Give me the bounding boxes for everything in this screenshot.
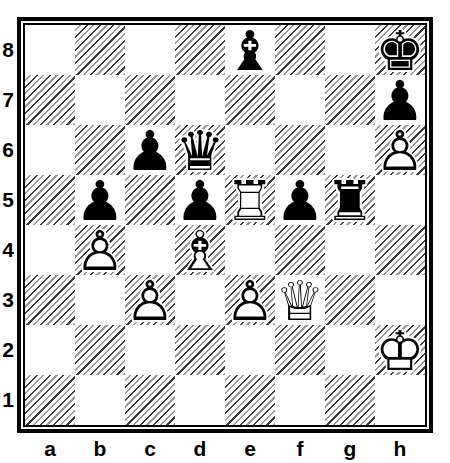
square-f4[interactable]: [275, 225, 325, 275]
square-e8[interactable]: ♝♝: [225, 25, 275, 75]
piece-glyph: ♝: [225, 26, 275, 76]
file-label-h: h: [375, 436, 425, 462]
square-d6[interactable]: ♛♛: [175, 125, 225, 175]
piece-halo: ♛: [275, 276, 325, 326]
square-h1[interactable]: [375, 375, 425, 425]
piece-halo: ♟: [125, 126, 175, 176]
piece-halo: ♟: [175, 176, 225, 226]
piece-glyph: ♗: [175, 226, 225, 276]
rank-label-5: 5: [0, 175, 16, 225]
file-label-f: f: [275, 436, 325, 462]
square-f7[interactable]: [275, 75, 325, 125]
black-king: ♚♚: [375, 25, 425, 75]
square-a4[interactable]: [25, 225, 75, 275]
square-e5[interactable]: ♜♖: [225, 175, 275, 225]
square-a8[interactable]: [25, 25, 75, 75]
black-bishop: ♝♝: [225, 25, 275, 75]
square-b8[interactable]: [75, 25, 125, 75]
square-c2[interactable]: [125, 325, 175, 375]
black-pawn: ♟♟: [75, 175, 125, 225]
rank-label-8: 8: [0, 25, 16, 75]
square-h4[interactable]: [375, 225, 425, 275]
square-b6[interactable]: [75, 125, 125, 175]
board-inner-border: ♝♝♚♚♟♟♟♟♛♛♟♙♟♟♟♟♜♖♟♟♜♜♟♙♝♗♟♙♟♙♛♕♚♔: [23, 23, 427, 427]
black-rook: ♜♜: [325, 175, 375, 225]
square-b3[interactable]: [75, 275, 125, 325]
piece-halo: ♟: [275, 176, 325, 226]
square-h7[interactable]: ♟♟: [375, 75, 425, 125]
piece-halo: ♜: [225, 176, 275, 226]
square-f2[interactable]: [275, 325, 325, 375]
piece-halo: ♝: [225, 26, 275, 76]
piece-halo: ♜: [325, 176, 375, 226]
white-pawn: ♟♙: [125, 275, 175, 325]
black-pawn: ♟♟: [375, 75, 425, 125]
square-a7[interactable]: [25, 75, 75, 125]
square-c3[interactable]: ♟♙: [125, 275, 175, 325]
file-label-d: d: [175, 436, 225, 462]
square-e3[interactable]: ♟♙: [225, 275, 275, 325]
square-e7[interactable]: [225, 75, 275, 125]
square-b5[interactable]: ♟♟: [75, 175, 125, 225]
square-a6[interactable]: [25, 125, 75, 175]
piece-glyph: ♟: [275, 176, 325, 226]
white-pawn: ♟♙: [75, 225, 125, 275]
piece-glyph: ♟: [375, 76, 425, 126]
piece-halo: ♟: [225, 276, 275, 326]
piece-glyph: ♟: [175, 176, 225, 226]
square-c6[interactable]: ♟♟: [125, 125, 175, 175]
white-rook: ♜♖: [225, 175, 275, 225]
square-e1[interactable]: [225, 375, 275, 425]
file-label-e: e: [225, 436, 275, 462]
square-a1[interactable]: [25, 375, 75, 425]
square-d1[interactable]: [175, 375, 225, 425]
piece-glyph: ♜: [325, 176, 375, 226]
piece-halo: ♟: [375, 126, 425, 176]
rank-label-3: 3: [0, 275, 16, 325]
square-g4[interactable]: [325, 225, 375, 275]
square-d2[interactable]: [175, 325, 225, 375]
piece-glyph: ♚: [375, 26, 425, 76]
square-c7[interactable]: [125, 75, 175, 125]
square-a2[interactable]: [25, 325, 75, 375]
piece-glyph: ♔: [375, 326, 425, 376]
square-g8[interactable]: [325, 25, 375, 75]
square-h2[interactable]: ♚♔: [375, 325, 425, 375]
square-g2[interactable]: [325, 325, 375, 375]
chess-board: ♝♝♚♚♟♟♟♟♛♛♟♙♟♟♟♟♜♖♟♟♜♜♟♙♝♗♟♙♟♙♛♕♚♔: [25, 25, 425, 425]
square-e2[interactable]: [225, 325, 275, 375]
square-h3[interactable]: [375, 275, 425, 325]
board-frame: ♝♝♚♚♟♟♟♟♛♛♟♙♟♟♟♟♜♖♟♟♜♜♟♙♝♗♟♙♟♙♛♕♚♔: [17, 17, 433, 433]
black-pawn: ♟♟: [125, 125, 175, 175]
square-f3[interactable]: ♛♕: [275, 275, 325, 325]
rank-label-2: 2: [0, 325, 16, 375]
file-label-b: b: [75, 436, 125, 462]
square-a5[interactable]: [25, 175, 75, 225]
file-label-g: g: [325, 436, 375, 462]
file-label-a: a: [25, 436, 75, 462]
square-c5[interactable]: [125, 175, 175, 225]
square-b7[interactable]: [75, 75, 125, 125]
piece-halo: ♛: [175, 126, 225, 176]
file-labels: abcdefgh: [25, 436, 425, 462]
square-d4[interactable]: ♝♗: [175, 225, 225, 275]
square-g1[interactable]: [325, 375, 375, 425]
piece-halo: ♝: [175, 226, 225, 276]
piece-halo: ♚: [375, 26, 425, 76]
piece-glyph: ♛: [175, 126, 225, 176]
square-e4[interactable]: [225, 225, 275, 275]
rank-label-6: 6: [0, 125, 16, 175]
white-queen: ♛♕: [275, 275, 325, 325]
square-d3[interactable]: [175, 275, 225, 325]
square-b2[interactable]: [75, 325, 125, 375]
square-g6[interactable]: [325, 125, 375, 175]
rank-label-7: 7: [0, 75, 16, 125]
square-e6[interactable]: [225, 125, 275, 175]
square-f5[interactable]: ♟♟: [275, 175, 325, 225]
square-c4[interactable]: [125, 225, 175, 275]
piece-halo: ♚: [375, 326, 425, 376]
square-g5[interactable]: ♜♜: [325, 175, 375, 225]
black-pawn: ♟♟: [275, 175, 325, 225]
square-f6[interactable]: [275, 125, 325, 175]
piece-glyph: ♟: [125, 126, 175, 176]
white-bishop: ♝♗: [175, 225, 225, 275]
square-h6[interactable]: ♟♙: [375, 125, 425, 175]
square-g7[interactable]: [325, 75, 375, 125]
file-label-c: c: [125, 436, 175, 462]
square-h5[interactable]: [375, 175, 425, 225]
piece-halo: ♟: [75, 226, 125, 276]
square-c1[interactable]: [125, 375, 175, 425]
black-pawn: ♟♟: [175, 175, 225, 225]
white-pawn: ♟♙: [225, 275, 275, 325]
piece-halo: ♟: [375, 76, 425, 126]
square-g3[interactable]: [325, 275, 375, 325]
black-queen: ♛♛: [175, 125, 225, 175]
rank-labels: 87654321: [0, 25, 16, 425]
piece-glyph: ♟: [75, 176, 125, 226]
piece-glyph: ♙: [375, 126, 425, 176]
square-h8[interactable]: ♚♚: [375, 25, 425, 75]
square-b1[interactable]: [75, 375, 125, 425]
white-pawn: ♟♙: [375, 125, 425, 175]
piece-glyph: ♖: [225, 176, 275, 226]
rank-label-4: 4: [0, 225, 16, 275]
piece-glyph: ♕: [275, 276, 325, 326]
white-king: ♚♔: [375, 325, 425, 375]
square-c8[interactable]: [125, 25, 175, 75]
chess-diagram: 87654321 ♝♝♚♚♟♟♟♟♛♛♟♙♟♟♟♟♜♖♟♟♜♜♟♙♝♗♟♙♟♙♛…: [0, 0, 450, 463]
square-f1[interactable]: [275, 375, 325, 425]
piece-halo: ♟: [125, 276, 175, 326]
piece-glyph: ♙: [125, 276, 175, 326]
piece-glyph: ♙: [225, 276, 275, 326]
square-f8[interactable]: [275, 25, 325, 75]
square-d8[interactable]: [175, 25, 225, 75]
piece-glyph: ♙: [75, 226, 125, 276]
square-d7[interactable]: [175, 75, 225, 125]
square-b4[interactable]: ♟♙: [75, 225, 125, 275]
rank-label-1: 1: [0, 375, 16, 425]
square-d5[interactable]: ♟♟: [175, 175, 225, 225]
square-a3[interactable]: [25, 275, 75, 325]
piece-halo: ♟: [75, 176, 125, 226]
